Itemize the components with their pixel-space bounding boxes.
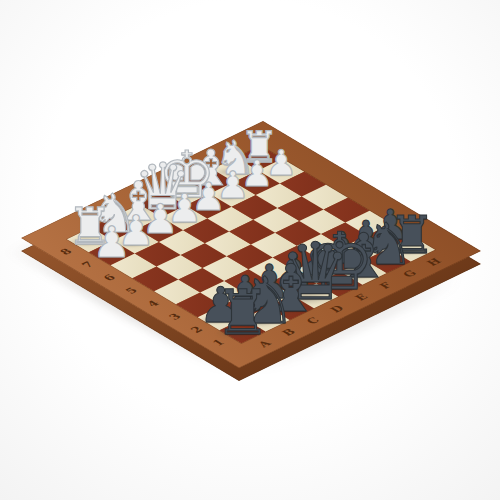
white-pawn-icon: ♟ <box>93 221 131 264</box>
pieces-layer: ♜♞♝♛♚♝♞♜♟♟♟♟♟♟♟♟♟♟♟♟♟♟♟♟♜♞♝♛♚♝♞♜ <box>0 0 500 500</box>
black-rook-icon: ♜ <box>215 283 270 345</box>
chess-scene: A1B2C3D4E5F6G7H8 ♜♞♝♛♚♝♞♜♟♟♟♟♟♟♟♟♟♟♟♟♟♟♟… <box>0 0 500 500</box>
